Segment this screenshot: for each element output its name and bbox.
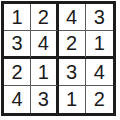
cell-r4c3[interactable]: 1 — [59, 86, 86, 113]
cell-digit: 2 — [38, 7, 49, 27]
cell-digit: 4 — [66, 7, 77, 27]
cell-r3c3[interactable]: 3 — [59, 59, 86, 86]
page-background: 1243342121344312 — [0, 0, 120, 120]
sudoku-board: 1243342121344312 — [1, 1, 116, 116]
cell-digit: 1 — [12, 7, 23, 27]
cell-r3c1[interactable]: 2 — [4, 59, 31, 86]
cell-r4c2[interactable]: 3 — [31, 86, 58, 113]
cell-digit: 4 — [38, 33, 49, 53]
cell-r1c2[interactable]: 2 — [31, 4, 58, 31]
cell-digit: 1 — [38, 62, 49, 82]
cell-r2c3[interactable]: 2 — [59, 31, 86, 58]
cell-digit: 1 — [94, 33, 105, 53]
cell-digit: 3 — [38, 89, 49, 109]
cell-r2c1[interactable]: 3 — [4, 31, 31, 58]
cell-digit: 3 — [94, 7, 105, 27]
cell-digit: 2 — [66, 33, 77, 53]
cell-r4c4[interactable]: 2 — [86, 86, 113, 113]
cell-digit: 2 — [12, 62, 23, 82]
cell-digit: 3 — [12, 33, 23, 53]
cell-r1c1[interactable]: 1 — [4, 4, 31, 31]
cell-r1c4[interactable]: 3 — [86, 4, 113, 31]
cell-r4c1[interactable]: 4 — [4, 86, 31, 113]
cell-digit: 3 — [66, 62, 77, 82]
cell-r2c4[interactable]: 1 — [86, 31, 113, 58]
cell-r3c4[interactable]: 4 — [86, 59, 113, 86]
cell-r1c3[interactable]: 4 — [59, 4, 86, 31]
cell-digit: 2 — [94, 89, 105, 109]
cell-digit: 1 — [66, 89, 77, 109]
cell-r2c2[interactable]: 4 — [31, 31, 58, 58]
cell-digit: 4 — [94, 62, 105, 82]
cell-r3c2[interactable]: 1 — [31, 59, 58, 86]
cell-digit: 4 — [12, 89, 23, 109]
